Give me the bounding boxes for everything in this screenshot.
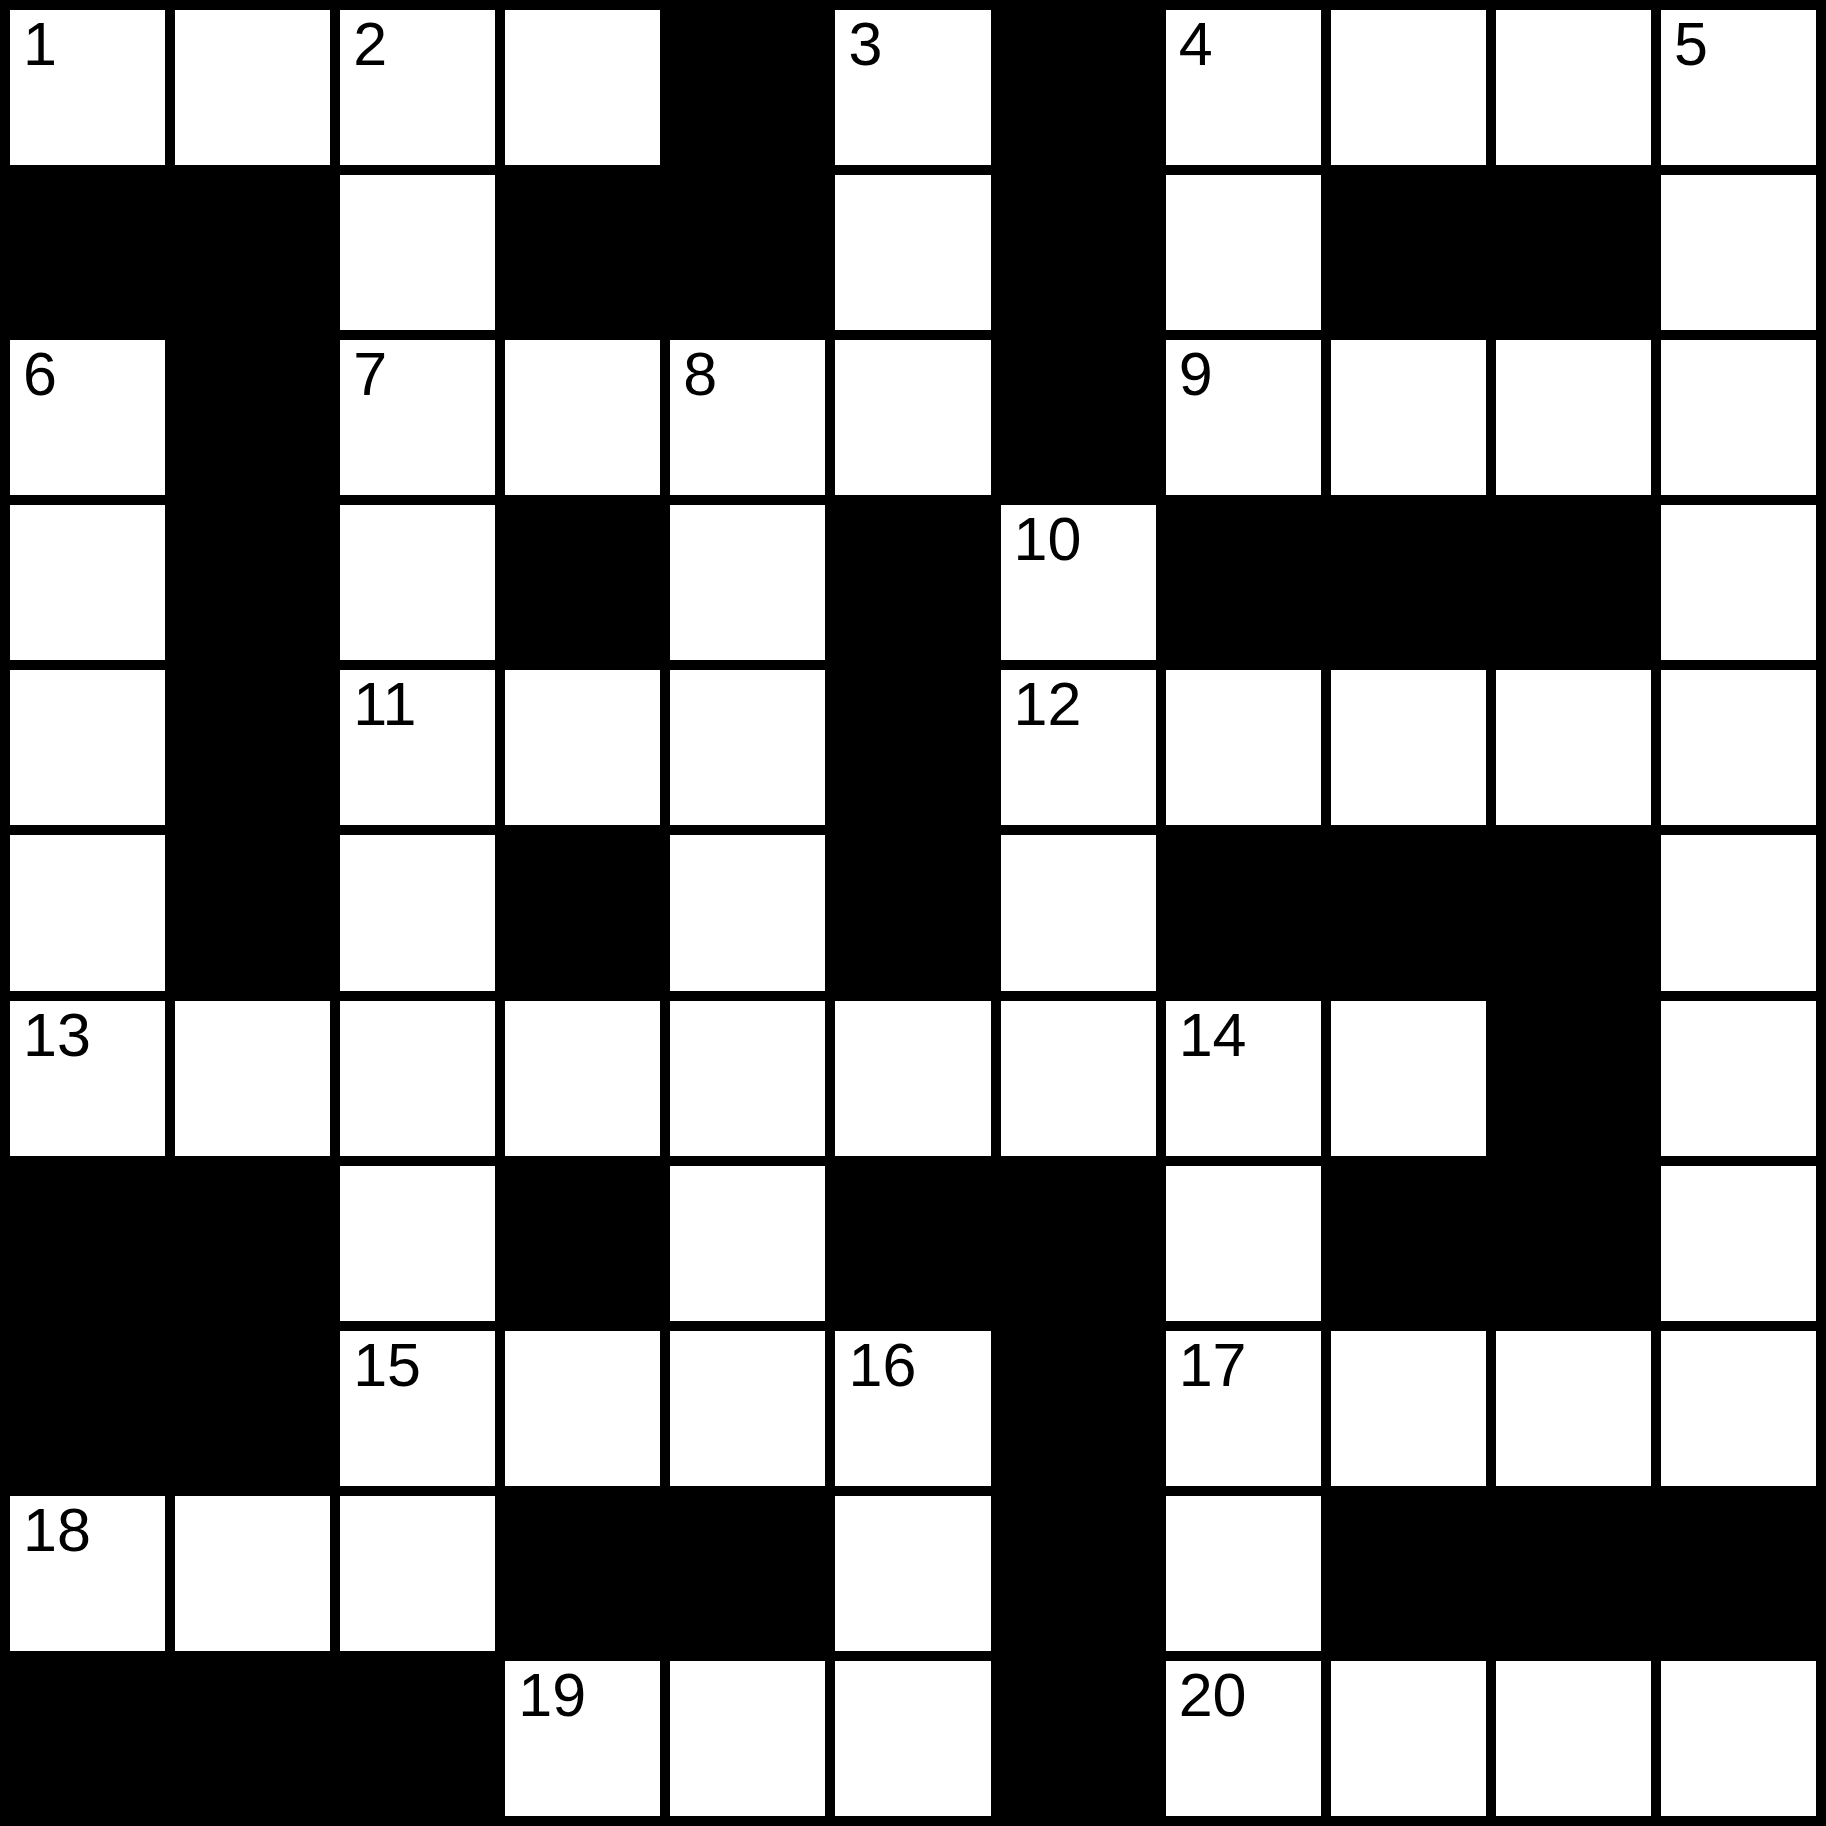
cell-r8c2[interactable]: 15 bbox=[340, 1331, 495, 1486]
cell-r3c6[interactable]: 10 bbox=[1001, 505, 1156, 660]
cell-r2c2[interactable]: 7 bbox=[340, 340, 495, 495]
cell-r9c0[interactable]: 18 bbox=[10, 1496, 165, 1651]
clue-number: 13 bbox=[23, 1003, 91, 1067]
cell-r7c7[interactable] bbox=[1166, 1166, 1321, 1321]
black-cell-r7c9 bbox=[1496, 1166, 1651, 1321]
cell-r9c1[interactable] bbox=[175, 1496, 330, 1651]
black-cell-r0c6 bbox=[1001, 10, 1156, 165]
black-cell-r9c10 bbox=[1661, 1496, 1816, 1651]
clue-number: 4 bbox=[1179, 12, 1213, 76]
black-cell-r5c9 bbox=[1496, 835, 1651, 990]
cell-r0c7[interactable]: 4 bbox=[1166, 10, 1321, 165]
cell-r3c4[interactable] bbox=[670, 505, 825, 660]
cell-r9c2[interactable] bbox=[340, 1496, 495, 1651]
cell-r8c8[interactable] bbox=[1331, 1331, 1486, 1486]
cell-r2c8[interactable] bbox=[1331, 340, 1486, 495]
cell-r7c10[interactable] bbox=[1661, 1166, 1816, 1321]
cell-r6c10[interactable] bbox=[1661, 1001, 1816, 1156]
clue-number: 5 bbox=[1674, 12, 1708, 76]
clue-number: 3 bbox=[848, 12, 882, 76]
cell-r4c6[interactable]: 12 bbox=[1001, 670, 1156, 825]
cell-r9c7[interactable] bbox=[1166, 1496, 1321, 1651]
black-cell-r9c8 bbox=[1331, 1496, 1486, 1651]
cell-r10c3[interactable]: 19 bbox=[505, 1661, 660, 1816]
black-cell-r9c4 bbox=[670, 1496, 825, 1651]
clue-number: 16 bbox=[848, 1333, 916, 1397]
cell-r4c0[interactable] bbox=[10, 670, 165, 825]
black-cell-r1c6 bbox=[1001, 175, 1156, 330]
black-cell-r7c3 bbox=[505, 1166, 660, 1321]
black-cell-r8c6 bbox=[1001, 1331, 1156, 1486]
clue-number: 14 bbox=[1179, 1003, 1247, 1067]
black-cell-r7c5 bbox=[835, 1166, 990, 1321]
cell-r4c4[interactable] bbox=[670, 670, 825, 825]
cell-r7c2[interactable] bbox=[340, 1166, 495, 1321]
black-cell-r3c5 bbox=[835, 505, 990, 660]
cell-r8c4[interactable] bbox=[670, 1331, 825, 1486]
cell-r9c5[interactable] bbox=[835, 1496, 990, 1651]
cell-r0c3[interactable] bbox=[505, 10, 660, 165]
black-cell-r1c0 bbox=[10, 175, 165, 330]
clue-number: 20 bbox=[1179, 1663, 1247, 1727]
black-cell-r2c6 bbox=[1001, 340, 1156, 495]
black-cell-r5c7 bbox=[1166, 835, 1321, 990]
cell-r0c2[interactable]: 2 bbox=[340, 10, 495, 165]
cell-r5c10[interactable] bbox=[1661, 835, 1816, 990]
clue-number: 1 bbox=[23, 12, 57, 76]
black-cell-r3c7 bbox=[1166, 505, 1321, 660]
cell-r1c5[interactable] bbox=[835, 175, 990, 330]
cell-r6c4[interactable] bbox=[670, 1001, 825, 1156]
cell-r5c2[interactable] bbox=[340, 835, 495, 990]
clue-number: 12 bbox=[1014, 672, 1082, 736]
cell-r0c8[interactable] bbox=[1331, 10, 1486, 165]
clue-number: 19 bbox=[518, 1663, 586, 1727]
cell-r10c10[interactable] bbox=[1661, 1661, 1816, 1816]
cell-r10c4[interactable] bbox=[670, 1661, 825, 1816]
black-cell-r7c8 bbox=[1331, 1166, 1486, 1321]
cell-r2c4[interactable]: 8 bbox=[670, 340, 825, 495]
black-cell-r9c6 bbox=[1001, 1496, 1156, 1651]
clue-number: 11 bbox=[353, 672, 416, 736]
cell-r6c6[interactable] bbox=[1001, 1001, 1156, 1156]
clue-number: 18 bbox=[23, 1498, 91, 1562]
cell-r2c10[interactable] bbox=[1661, 340, 1816, 495]
black-cell-r10c1 bbox=[175, 1661, 330, 1816]
black-cell-r5c3 bbox=[505, 835, 660, 990]
black-cell-r1c1 bbox=[175, 175, 330, 330]
black-cell-r10c0 bbox=[10, 1661, 165, 1816]
cell-r10c5[interactable] bbox=[835, 1661, 990, 1816]
cell-r0c0[interactable]: 1 bbox=[10, 10, 165, 165]
black-cell-r2c1 bbox=[175, 340, 330, 495]
clue-number: 9 bbox=[1179, 342, 1213, 406]
cell-r8c9[interactable] bbox=[1496, 1331, 1651, 1486]
cell-r5c4[interactable] bbox=[670, 835, 825, 990]
black-cell-r4c1 bbox=[175, 670, 330, 825]
black-cell-r5c1 bbox=[175, 835, 330, 990]
black-cell-r7c6 bbox=[1001, 1166, 1156, 1321]
cell-r10c8[interactable] bbox=[1331, 1661, 1486, 1816]
black-cell-r1c9 bbox=[1496, 175, 1651, 330]
cell-r4c7[interactable] bbox=[1166, 670, 1321, 825]
clue-number: 10 bbox=[1014, 507, 1082, 571]
cell-r6c5[interactable] bbox=[835, 1001, 990, 1156]
cell-r2c9[interactable] bbox=[1496, 340, 1651, 495]
cell-r6c1[interactable] bbox=[175, 1001, 330, 1156]
black-cell-r0c4 bbox=[670, 10, 825, 165]
crossword-grid: 1234567891011121314151617181920 bbox=[0, 0, 1826, 1826]
cell-r6c7[interactable]: 14 bbox=[1166, 1001, 1321, 1156]
black-cell-r9c9 bbox=[1496, 1496, 1651, 1651]
cell-r7c4[interactable] bbox=[670, 1166, 825, 1321]
cell-r3c0[interactable] bbox=[10, 505, 165, 660]
cell-r0c10[interactable]: 5 bbox=[1661, 10, 1816, 165]
black-cell-r1c8 bbox=[1331, 175, 1486, 330]
black-cell-r7c0 bbox=[10, 1166, 165, 1321]
black-cell-r8c0 bbox=[10, 1331, 165, 1486]
cell-r4c3[interactable] bbox=[505, 670, 660, 825]
cell-r10c7[interactable]: 20 bbox=[1166, 1661, 1321, 1816]
clue-number: 15 bbox=[353, 1333, 421, 1397]
cell-r6c2[interactable] bbox=[340, 1001, 495, 1156]
clue-number: 17 bbox=[1179, 1333, 1247, 1397]
cell-r1c7[interactable] bbox=[1166, 175, 1321, 330]
black-cell-r5c8 bbox=[1331, 835, 1486, 990]
black-cell-r3c3 bbox=[505, 505, 660, 660]
cell-r1c10[interactable] bbox=[1661, 175, 1816, 330]
clue-number: 8 bbox=[683, 342, 717, 406]
black-cell-r3c9 bbox=[1496, 505, 1651, 660]
cell-r4c8[interactable] bbox=[1331, 670, 1486, 825]
cell-r0c9[interactable] bbox=[1496, 10, 1651, 165]
black-cell-r7c1 bbox=[175, 1166, 330, 1321]
clue-number: 2 bbox=[353, 12, 387, 76]
cell-r6c3[interactable] bbox=[505, 1001, 660, 1156]
black-cell-r3c1 bbox=[175, 505, 330, 660]
cell-r1c2[interactable] bbox=[340, 175, 495, 330]
cell-r8c3[interactable] bbox=[505, 1331, 660, 1486]
cell-r3c2[interactable] bbox=[340, 505, 495, 660]
black-cell-r10c6 bbox=[1001, 1661, 1156, 1816]
cell-r3c10[interactable] bbox=[1661, 505, 1816, 660]
cell-r2c7[interactable]: 9 bbox=[1166, 340, 1321, 495]
cell-r5c0[interactable] bbox=[10, 835, 165, 990]
cell-r8c10[interactable] bbox=[1661, 1331, 1816, 1486]
black-cell-r3c8 bbox=[1331, 505, 1486, 660]
cell-r2c5[interactable] bbox=[835, 340, 990, 495]
black-cell-r9c3 bbox=[505, 1496, 660, 1651]
black-cell-r10c2 bbox=[340, 1661, 495, 1816]
cell-r6c0[interactable]: 13 bbox=[10, 1001, 165, 1156]
black-cell-r8c1 bbox=[175, 1331, 330, 1486]
black-cell-r6c9 bbox=[1496, 1001, 1651, 1156]
black-cell-r1c4 bbox=[670, 175, 825, 330]
cell-r4c10[interactable] bbox=[1661, 670, 1816, 825]
cell-r2c3[interactable] bbox=[505, 340, 660, 495]
cell-r0c5[interactable]: 3 bbox=[835, 10, 990, 165]
cell-r8c7[interactable]: 17 bbox=[1166, 1331, 1321, 1486]
black-cell-r5c5 bbox=[835, 835, 990, 990]
clue-number: 6 bbox=[23, 342, 57, 406]
cell-r0c1[interactable] bbox=[175, 10, 330, 165]
cell-r4c2[interactable]: 11 bbox=[340, 670, 495, 825]
cell-r2c0[interactable]: 6 bbox=[10, 340, 165, 495]
cell-r6c8[interactable] bbox=[1331, 1001, 1486, 1156]
clue-number: 7 bbox=[353, 342, 387, 406]
cell-r10c9[interactable] bbox=[1496, 1661, 1651, 1816]
black-cell-r4c5 bbox=[835, 670, 990, 825]
cell-r4c9[interactable] bbox=[1496, 670, 1651, 825]
cell-r5c6[interactable] bbox=[1001, 835, 1156, 990]
black-cell-r1c3 bbox=[505, 175, 660, 330]
cell-r8c5[interactable]: 16 bbox=[835, 1331, 990, 1486]
